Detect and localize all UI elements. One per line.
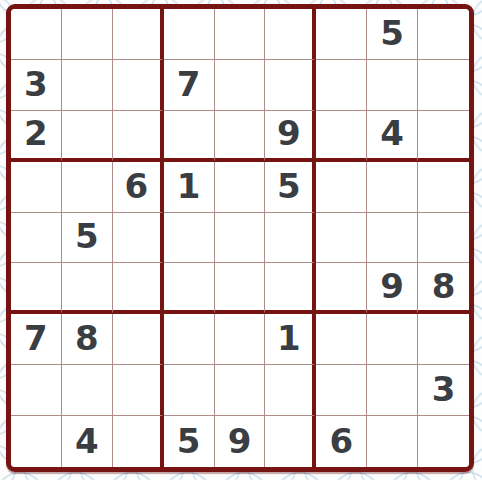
cell-r6c4[interactable] bbox=[164, 263, 215, 314]
cell-r3c6[interactable]: 9 bbox=[265, 111, 316, 162]
cell-r2c4[interactable]: 7 bbox=[164, 60, 215, 111]
cell-r8c8[interactable] bbox=[367, 365, 418, 416]
cell-r9c1[interactable] bbox=[11, 416, 62, 467]
cell-r8c3[interactable] bbox=[113, 365, 164, 416]
cell-r6c2[interactable] bbox=[62, 263, 113, 314]
cell-r9c4[interactable]: 5 bbox=[164, 416, 215, 467]
cell-r9c7[interactable]: 6 bbox=[316, 416, 367, 467]
cell-r8c5[interactable] bbox=[215, 365, 266, 416]
cell-r7c6[interactable]: 1 bbox=[265, 314, 316, 365]
cell-r9c2[interactable]: 4 bbox=[62, 416, 113, 467]
cell-r9c8[interactable] bbox=[367, 416, 418, 467]
cell-r2c9[interactable] bbox=[418, 60, 469, 111]
cell-r2c8[interactable] bbox=[367, 60, 418, 111]
cell-r4c7[interactable] bbox=[316, 162, 367, 213]
cell-r1c8[interactable]: 5 bbox=[367, 9, 418, 60]
cell-r5c5[interactable] bbox=[215, 213, 266, 264]
cell-r2c2[interactable] bbox=[62, 60, 113, 111]
cell-r4c5[interactable] bbox=[215, 162, 266, 213]
cell-r4c3[interactable]: 6 bbox=[113, 162, 164, 213]
cell-r7c5[interactable] bbox=[215, 314, 266, 365]
cell-r6c8[interactable]: 9 bbox=[367, 263, 418, 314]
cell-r7c8[interactable] bbox=[367, 314, 418, 365]
cell-r1c3[interactable] bbox=[113, 9, 164, 60]
cell-r8c2[interactable] bbox=[62, 365, 113, 416]
cell-r5c2[interactable]: 5 bbox=[62, 213, 113, 264]
cell-r8c4[interactable] bbox=[164, 365, 215, 416]
cell-r1c9[interactable] bbox=[418, 9, 469, 60]
cell-r6c5[interactable] bbox=[215, 263, 266, 314]
cell-r7c2[interactable]: 8 bbox=[62, 314, 113, 365]
cell-r6c3[interactable] bbox=[113, 263, 164, 314]
cell-r4c8[interactable] bbox=[367, 162, 418, 213]
cell-r1c1[interactable] bbox=[11, 9, 62, 60]
cell-r1c5[interactable] bbox=[215, 9, 266, 60]
cell-r7c3[interactable] bbox=[113, 314, 164, 365]
cell-r6c7[interactable] bbox=[316, 263, 367, 314]
cell-r9c5[interactable]: 9 bbox=[215, 416, 266, 467]
cell-r2c3[interactable] bbox=[113, 60, 164, 111]
cell-r8c9[interactable]: 3 bbox=[418, 365, 469, 416]
cell-r3c7[interactable] bbox=[316, 111, 367, 162]
cell-r4c2[interactable] bbox=[62, 162, 113, 213]
cell-r4c9[interactable] bbox=[418, 162, 469, 213]
cell-r2c6[interactable] bbox=[265, 60, 316, 111]
cell-r6c9[interactable]: 8 bbox=[418, 263, 469, 314]
cell-r3c4[interactable] bbox=[164, 111, 215, 162]
cell-r3c9[interactable] bbox=[418, 111, 469, 162]
cell-r1c4[interactable] bbox=[164, 9, 215, 60]
cell-r3c1[interactable]: 2 bbox=[11, 111, 62, 162]
cell-r7c1[interactable]: 7 bbox=[11, 314, 62, 365]
cell-r5c9[interactable] bbox=[418, 213, 469, 264]
cell-r7c9[interactable] bbox=[418, 314, 469, 365]
cell-r4c4[interactable]: 1 bbox=[164, 162, 215, 213]
cell-r8c6[interactable] bbox=[265, 365, 316, 416]
cell-r5c8[interactable] bbox=[367, 213, 418, 264]
cell-r6c1[interactable] bbox=[11, 263, 62, 314]
cell-r7c7[interactable] bbox=[316, 314, 367, 365]
sudoku-board: 53729461559878134596 bbox=[6, 4, 474, 472]
cell-r1c2[interactable] bbox=[62, 9, 113, 60]
cell-r7c4[interactable] bbox=[164, 314, 215, 365]
cell-r9c3[interactable] bbox=[113, 416, 164, 467]
cell-r3c3[interactable] bbox=[113, 111, 164, 162]
cell-r1c7[interactable] bbox=[316, 9, 367, 60]
cell-r6c6[interactable] bbox=[265, 263, 316, 314]
cell-r2c5[interactable] bbox=[215, 60, 266, 111]
cell-r9c6[interactable] bbox=[265, 416, 316, 467]
cell-r2c7[interactable] bbox=[316, 60, 367, 111]
cell-r4c1[interactable] bbox=[11, 162, 62, 213]
cell-r3c2[interactable] bbox=[62, 111, 113, 162]
cell-r5c6[interactable] bbox=[265, 213, 316, 264]
cell-r4c6[interactable]: 5 bbox=[265, 162, 316, 213]
cell-r3c5[interactable] bbox=[215, 111, 266, 162]
cell-r1c6[interactable] bbox=[265, 9, 316, 60]
cell-r5c3[interactable] bbox=[113, 213, 164, 264]
cell-r5c7[interactable] bbox=[316, 213, 367, 264]
cell-r5c1[interactable] bbox=[11, 213, 62, 264]
cell-r2c1[interactable]: 3 bbox=[11, 60, 62, 111]
cell-r5c4[interactable] bbox=[164, 213, 215, 264]
cell-r3c8[interactable]: 4 bbox=[367, 111, 418, 162]
cell-r8c7[interactable] bbox=[316, 365, 367, 416]
cell-r9c9[interactable] bbox=[418, 416, 469, 467]
cell-r8c1[interactable] bbox=[11, 365, 62, 416]
